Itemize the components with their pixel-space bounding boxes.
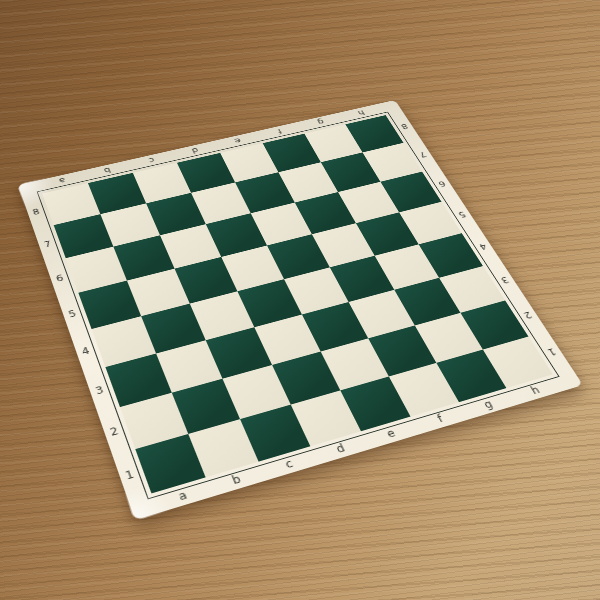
- wood-table: abcdefgh abcdefgh 87654321 87654321: [0, 0, 600, 600]
- mat-shadow: abcdefgh abcdefgh 87654321 87654321: [0, 0, 600, 600]
- chessboard-mat: abcdefgh abcdefgh 87654321 87654321: [18, 100, 583, 520]
- mat-perspective-wrap: abcdefgh abcdefgh 87654321 87654321: [18, 100, 583, 520]
